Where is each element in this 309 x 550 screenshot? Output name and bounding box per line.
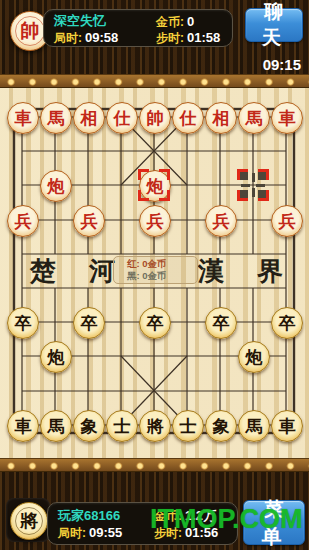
stake-black: 黑: 0金币 [127, 270, 197, 282]
piece-black-象[interactable]: 象 [205, 410, 237, 442]
piece-red-馬[interactable]: 馬 [238, 102, 270, 134]
piece-black-馬[interactable]: 馬 [238, 410, 270, 442]
piece-black-象[interactable]: 象 [73, 410, 105, 442]
board-edge-studs-bottom [0, 458, 309, 472]
piece-red-兵[interactable]: 兵 [73, 205, 105, 237]
stake-box: 红: 0金币 黑: 0金币 [113, 256, 198, 284]
piece-red-仕[interactable]: 仕 [106, 102, 138, 134]
piece-black-炮[interactable]: 炮 [238, 341, 270, 373]
piece-red-相[interactable]: 相 [73, 102, 105, 134]
xiangqi-app: 帥 深空失忆 金币:0 局时:09:58 步时:01:58 聊天 09:15 楚… [0, 0, 309, 550]
chat-button[interactable]: 聊天 [245, 8, 303, 42]
piece-red-兵[interactable]: 兵 [139, 205, 171, 237]
piece-black-車[interactable]: 車 [7, 410, 39, 442]
piece-black-將[interactable]: 將 [139, 410, 171, 442]
piece-black-馬[interactable]: 馬 [40, 410, 72, 442]
player-step-time: 步时:01:56 [154, 523, 218, 542]
piece-red-馬[interactable]: 馬 [40, 102, 72, 134]
countdown-timer: 09:15 [263, 56, 301, 73]
piece-red-車[interactable]: 車 [271, 102, 303, 134]
piece-ring [15, 16, 45, 46]
opponent-info-panel: 深空失忆 金币:0 局时:09:58 步时:01:58 [43, 9, 233, 47]
piece-black-卒[interactable]: 卒 [271, 307, 303, 339]
player-side-piece-icon: 將 [10, 502, 48, 540]
river-label-right: 漢 界 [198, 254, 295, 289]
player-info-panel: 玩家68166 金币:1.2万 局时:09:55 步时:01:56 [47, 502, 238, 545]
piece-black-士[interactable]: 士 [172, 410, 204, 442]
piece-black-卒[interactable]: 卒 [73, 307, 105, 339]
piece-red-相[interactable]: 相 [205, 102, 237, 134]
xiangqi-board[interactable]: 楚 河 漢 界 红: 0金币 黑: 0金币 車馬相仕帥仕相馬車炮炮兵兵兵兵兵卒卒… [0, 88, 309, 458]
piece-red-兵[interactable]: 兵 [271, 205, 303, 237]
piece-red-兵[interactable]: 兵 [7, 205, 39, 237]
piece-red-帥[interactable]: 帥 [139, 102, 171, 134]
piece-red-仕[interactable]: 仕 [172, 102, 204, 134]
piece-ring [15, 507, 43, 535]
piece-black-士[interactable]: 士 [106, 410, 138, 442]
piece-black-卒[interactable]: 卒 [205, 307, 237, 339]
piece-red-炮[interactable]: 炮 [40, 170, 72, 202]
piece-black-卒[interactable]: 卒 [139, 307, 171, 339]
opponent-game-time: 局时:09:58 [54, 28, 156, 47]
piece-red-兵[interactable]: 兵 [205, 205, 237, 237]
piece-red-炮[interactable]: 炮 [139, 170, 171, 202]
player-game-time: 局时:09:55 [58, 523, 154, 542]
board-edge-studs-top [0, 74, 309, 88]
player-name: 玩家68166 [58, 507, 154, 525]
opponent-step-time: 步时:01:58 [156, 28, 220, 47]
piece-black-車[interactable]: 車 [271, 410, 303, 442]
piece-black-炮[interactable]: 炮 [40, 341, 72, 373]
menu-button[interactable]: 菜单 [243, 500, 305, 545]
piece-red-車[interactable]: 車 [7, 102, 39, 134]
piece-black-卒[interactable]: 卒 [7, 307, 39, 339]
stake-red: 红: 0金币 [127, 258, 197, 270]
